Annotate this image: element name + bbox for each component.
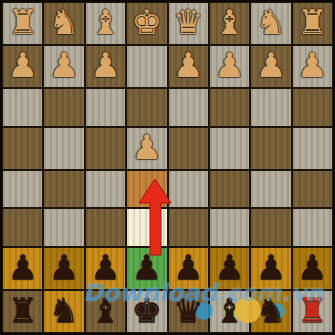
piece-white-king: ♚ [132,2,162,43]
square-g7[interactable]: ♟ [43,247,84,290]
piece-white-pawn: ♟ [49,45,79,86]
square-h7[interactable]: ♟ [2,247,43,290]
piece-black-pawn: ♟ [297,247,327,288]
square-g2[interactable]: ♟ [43,45,84,88]
square-c4[interactable] [209,127,250,170]
square-g8[interactable]: ♞ [43,290,84,333]
square-c7[interactable]: ♟ [209,247,250,290]
piece-black-pawn: ♟ [49,247,79,288]
square-a8[interactable]: ♜ [292,290,333,333]
piece-black-knight: ♞ [256,290,286,331]
square-a1[interactable]: ♜ [292,2,333,45]
piece-white-pawn: ♟ [7,45,37,86]
square-f3[interactable] [85,88,126,127]
square-f1[interactable]: ♝ [85,2,126,45]
square-c3[interactable] [209,88,250,127]
square-e2[interactable] [126,45,167,88]
square-d1[interactable]: ♛ [168,2,209,45]
piece-black-rook: ♜ [7,290,37,331]
square-g3[interactable] [43,88,84,127]
piece-white-queen: ♛ [173,2,203,43]
square-g5[interactable] [43,170,84,209]
square-g4[interactable] [43,127,84,170]
square-d8[interactable]: ♛ [168,290,209,333]
square-a5[interactable] [292,170,333,209]
piece-white-pawn: ♟ [132,127,162,168]
piece-black-pawn: ♟ [214,247,244,288]
square-c8[interactable]: ♝ [209,290,250,333]
square-f6[interactable] [85,208,126,247]
square-e5[interactable] [126,170,167,209]
piece-black-pawn: ♟ [132,247,162,288]
square-d4[interactable] [168,127,209,170]
piece-white-pawn: ♟ [173,45,203,86]
piece-black-queen: ♛ [173,290,203,331]
square-b4[interactable] [250,127,291,170]
piece-white-rook: ♜ [297,2,327,43]
square-h3[interactable] [2,88,43,127]
piece-white-pawn: ♟ [90,45,120,86]
square-c2[interactable]: ♟ [209,45,250,88]
square-b6[interactable] [250,208,291,247]
piece-white-knight: ♞ [256,2,286,43]
square-b3[interactable] [250,88,291,127]
piece-black-bishop: ♝ [90,290,120,331]
square-g6[interactable] [43,208,84,247]
square-f2[interactable]: ♟ [85,45,126,88]
piece-white-pawn: ♟ [214,45,244,86]
square-e7[interactable]: ♟ [126,247,167,290]
piece-black-pawn: ♟ [173,247,203,288]
square-f4[interactable] [85,127,126,170]
square-h6[interactable] [2,208,43,247]
square-e1[interactable]: ♚ [126,2,167,45]
square-a2[interactable]: ♟ [292,45,333,88]
square-f7[interactable]: ♟ [85,247,126,290]
piece-white-bishop: ♝ [90,2,120,43]
square-h5[interactable] [2,170,43,209]
square-b8[interactable]: ♞ [250,290,291,333]
piece-black-rook: ♜ [297,290,327,331]
square-d7[interactable]: ♟ [168,247,209,290]
square-a3[interactable] [292,88,333,127]
piece-black-king: ♚ [132,290,162,331]
square-h2[interactable]: ♟ [2,45,43,88]
square-a4[interactable] [292,127,333,170]
square-f5[interactable] [85,170,126,209]
square-e4[interactable]: ♟ [126,127,167,170]
piece-black-pawn: ♟ [256,247,286,288]
square-e6[interactable] [126,208,167,247]
square-a6[interactable] [292,208,333,247]
piece-black-pawn: ♟ [7,247,37,288]
square-d5[interactable] [168,170,209,209]
square-b5[interactable] [250,170,291,209]
piece-white-knight: ♞ [49,2,79,43]
square-a7[interactable]: ♟ [292,247,333,290]
square-b2[interactable]: ♟ [250,45,291,88]
square-b1[interactable]: ♞ [250,2,291,45]
square-d2[interactable]: ♟ [168,45,209,88]
piece-black-knight: ♞ [49,290,79,331]
piece-white-pawn: ♟ [256,45,286,86]
square-g1[interactable]: ♞ [43,2,84,45]
piece-white-pawn: ♟ [297,45,327,86]
square-b7[interactable]: ♟ [250,247,291,290]
piece-black-bishop: ♝ [214,290,244,331]
piece-white-rook: ♜ [7,2,37,43]
piece-white-bishop: ♝ [214,2,244,43]
square-e8[interactable]: ♚ [126,290,167,333]
square-h8[interactable]: ♜ [2,290,43,333]
square-h1[interactable]: ♜ [2,2,43,45]
square-c5[interactable] [209,170,250,209]
chess-board: ♜♞♝♚♛♝♞♜♟♟♟♟♟♟♟♟♟♟♟♟♟♟♟♟♜♞♝♚♛♝♞♜ [0,0,335,335]
square-e3[interactable] [126,88,167,127]
square-f8[interactable]: ♝ [85,290,126,333]
square-d6[interactable] [168,208,209,247]
square-c6[interactable] [209,208,250,247]
square-c1[interactable]: ♝ [209,2,250,45]
square-d3[interactable] [168,88,209,127]
chess-app-window: ♜♞♝♚♛♝♞♜♟♟♟♟♟♟♟♟♟♟♟♟♟♟♟♟♜♞♝♚♛♝♞♜ Downloa… [0,0,335,335]
square-h4[interactable] [2,127,43,170]
piece-black-pawn: ♟ [90,247,120,288]
